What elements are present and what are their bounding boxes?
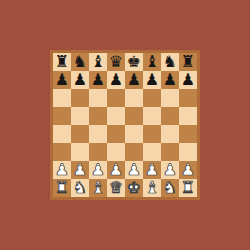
square-h8[interactable]: ♜	[179, 53, 197, 71]
square-c4[interactable]	[89, 125, 107, 143]
square-h5[interactable]	[179, 107, 197, 125]
piece-white-pawn[interactable]: ♟	[73, 161, 87, 179]
square-e2[interactable]: ♟	[125, 161, 143, 179]
square-d8[interactable]: ♛	[107, 53, 125, 71]
square-h1[interactable]: ♜	[179, 179, 197, 197]
piece-black-rook[interactable]: ♜	[181, 53, 195, 71]
square-b3[interactable]	[71, 143, 89, 161]
square-g8[interactable]: ♞	[161, 53, 179, 71]
piece-black-pawn[interactable]: ♟	[55, 71, 69, 89]
piece-black-pawn[interactable]: ♟	[91, 71, 105, 89]
square-a5[interactable]	[53, 107, 71, 125]
square-d5[interactable]	[107, 107, 125, 125]
piece-black-queen[interactable]: ♛	[109, 53, 123, 71]
square-e3[interactable]	[125, 143, 143, 161]
piece-black-pawn[interactable]: ♟	[163, 71, 177, 89]
square-a8[interactable]: ♜	[53, 53, 71, 71]
square-b1[interactable]: ♞	[71, 179, 89, 197]
square-a6[interactable]	[53, 89, 71, 107]
square-h2[interactable]: ♟	[179, 161, 197, 179]
square-g7[interactable]: ♟	[161, 71, 179, 89]
square-a7[interactable]: ♟	[53, 71, 71, 89]
piece-white-pawn[interactable]: ♟	[163, 161, 177, 179]
square-f6[interactable]	[143, 89, 161, 107]
square-b5[interactable]	[71, 107, 89, 125]
square-d6[interactable]	[107, 89, 125, 107]
piece-white-pawn[interactable]: ♟	[91, 161, 105, 179]
piece-black-bishop[interactable]: ♝	[91, 53, 105, 71]
square-a1[interactable]: ♜	[53, 179, 71, 197]
piece-black-pawn[interactable]: ♟	[145, 71, 159, 89]
square-e8[interactable]: ♚	[125, 53, 143, 71]
square-h3[interactable]	[179, 143, 197, 161]
square-h4[interactable]	[179, 125, 197, 143]
square-d1[interactable]: ♛	[107, 179, 125, 197]
square-c5[interactable]	[89, 107, 107, 125]
piece-black-pawn[interactable]: ♟	[73, 71, 87, 89]
square-g2[interactable]: ♟	[161, 161, 179, 179]
piece-black-bishop[interactable]: ♝	[145, 53, 159, 71]
square-c6[interactable]	[89, 89, 107, 107]
piece-white-rook[interactable]: ♜	[55, 179, 69, 197]
square-g6[interactable]	[161, 89, 179, 107]
piece-black-pawn[interactable]: ♟	[109, 71, 123, 89]
piece-white-pawn[interactable]: ♟	[145, 161, 159, 179]
square-e6[interactable]	[125, 89, 143, 107]
piece-black-king[interactable]: ♚	[127, 53, 141, 71]
square-d4[interactable]	[107, 125, 125, 143]
square-a4[interactable]	[53, 125, 71, 143]
piece-white-knight[interactable]: ♞	[73, 179, 87, 197]
piece-white-bishop[interactable]: ♝	[145, 179, 159, 197]
square-d2[interactable]: ♟	[107, 161, 125, 179]
square-a2[interactable]: ♟	[53, 161, 71, 179]
square-d3[interactable]	[107, 143, 125, 161]
square-b2[interactable]: ♟	[71, 161, 89, 179]
square-h7[interactable]: ♟	[179, 71, 197, 89]
piece-black-pawn[interactable]: ♟	[127, 71, 141, 89]
piece-white-pawn[interactable]: ♟	[55, 161, 69, 179]
square-c7[interactable]: ♟	[89, 71, 107, 89]
square-h6[interactable]	[179, 89, 197, 107]
square-c3[interactable]	[89, 143, 107, 161]
square-f8[interactable]: ♝	[143, 53, 161, 71]
square-f7[interactable]: ♟	[143, 71, 161, 89]
square-a3[interactable]	[53, 143, 71, 161]
piece-black-knight[interactable]: ♞	[163, 53, 177, 71]
square-b4[interactable]	[71, 125, 89, 143]
square-e5[interactable]	[125, 107, 143, 125]
piece-white-bishop[interactable]: ♝	[91, 179, 105, 197]
square-g4[interactable]	[161, 125, 179, 143]
square-e1[interactable]: ♚	[125, 179, 143, 197]
square-f1[interactable]: ♝	[143, 179, 161, 197]
piece-black-rook[interactable]: ♜	[55, 53, 69, 71]
piece-black-knight[interactable]: ♞	[73, 53, 87, 71]
square-e4[interactable]	[125, 125, 143, 143]
piece-white-knight[interactable]: ♞	[163, 179, 177, 197]
piece-white-pawn[interactable]: ♟	[181, 161, 195, 179]
square-g3[interactable]	[161, 143, 179, 161]
square-c8[interactable]: ♝	[89, 53, 107, 71]
piece-white-king[interactable]: ♚	[127, 179, 141, 197]
square-f5[interactable]	[143, 107, 161, 125]
piece-white-queen[interactable]: ♛	[109, 179, 123, 197]
app-background: ♜♞♝♛♚♝♞♜♟♟♟♟♟♟♟♟♟♟♟♟♟♟♟♟♜♞♝♛♚♝♞♜	[0, 0, 250, 250]
square-b7[interactable]: ♟	[71, 71, 89, 89]
square-f2[interactable]: ♟	[143, 161, 161, 179]
square-d7[interactable]: ♟	[107, 71, 125, 89]
square-c1[interactable]: ♝	[89, 179, 107, 197]
chess-board: ♜♞♝♛♚♝♞♜♟♟♟♟♟♟♟♟♟♟♟♟♟♟♟♟♜♞♝♛♚♝♞♜	[50, 50, 200, 200]
square-b6[interactable]	[71, 89, 89, 107]
square-f3[interactable]	[143, 143, 161, 161]
square-e7[interactable]: ♟	[125, 71, 143, 89]
piece-white-pawn[interactable]: ♟	[127, 161, 141, 179]
square-f4[interactable]	[143, 125, 161, 143]
square-c2[interactable]: ♟	[89, 161, 107, 179]
piece-black-pawn[interactable]: ♟	[181, 71, 195, 89]
square-b8[interactable]: ♞	[71, 53, 89, 71]
square-g5[interactable]	[161, 107, 179, 125]
piece-white-pawn[interactable]: ♟	[109, 161, 123, 179]
square-g1[interactable]: ♞	[161, 179, 179, 197]
piece-white-rook[interactable]: ♜	[181, 179, 195, 197]
